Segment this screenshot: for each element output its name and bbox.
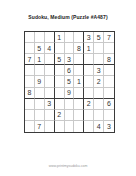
sudoku-cell-r9c4[interactable] (55, 121, 65, 132)
sudoku-cell-r8c4: 2 (55, 110, 65, 121)
sudoku-page: Sudoku, Medium (Puzzle #A487) 1357548171… (0, 0, 136, 176)
sudoku-cell-r3c3[interactable] (45, 54, 55, 65)
sudoku-cell-r1c8: 5 (94, 32, 104, 43)
sudoku-cell-r6c6[interactable] (74, 88, 84, 99)
sudoku-cell-r1c1[interactable] (25, 32, 35, 43)
sudoku-cell-r6c7[interactable] (84, 88, 94, 99)
sudoku-cell-r7c5[interactable] (65, 99, 75, 110)
sudoku-cell-r8c7[interactable] (84, 110, 94, 121)
sudoku-cell-r2c1[interactable] (25, 43, 35, 54)
sudoku-cell-r2c5[interactable] (65, 43, 75, 54)
sudoku-cell-r3c7[interactable] (84, 54, 94, 65)
sudoku-cell-r7c6[interactable] (74, 99, 84, 110)
sudoku-cell-r8c8[interactable] (94, 110, 104, 121)
sudoku-cell-r4c7[interactable] (84, 65, 94, 76)
sudoku-cell-r5c7[interactable] (84, 76, 94, 87)
sudoku-cell-r2c6: 8 (74, 43, 84, 54)
sudoku-cell-r6c1: 8 (25, 88, 35, 99)
sudoku-cell-r7c2[interactable] (35, 99, 45, 110)
sudoku-cell-r4c9[interactable] (104, 65, 114, 76)
sudoku-cell-r3c1: 7 (25, 54, 35, 65)
sudoku-cell-r1c5[interactable] (65, 32, 75, 43)
sudoku-cell-r5c9[interactable] (104, 76, 114, 87)
sudoku-cell-r5c5: 5 (65, 76, 75, 87)
sudoku-cell-r3c2: 1 (35, 54, 45, 65)
sudoku-cell-r5c8: 2 (94, 76, 104, 87)
sudoku-cell-r5c3[interactable] (45, 76, 55, 87)
sudoku-cell-r4c2[interactable] (35, 65, 45, 76)
sudoku-cell-r2c9[interactable] (104, 43, 114, 54)
sudoku-cell-r4c4[interactable] (55, 65, 65, 76)
sudoku-cell-r9c9: 3 (104, 121, 114, 132)
sudoku-cell-r3c5: 3 (65, 54, 75, 65)
sudoku-cell-r8c1[interactable] (25, 110, 35, 121)
sudoku-cell-r9c2: 7 (35, 121, 45, 132)
sudoku-cell-r4c5: 6 (65, 65, 75, 76)
sudoku-cell-r8c9[interactable] (104, 110, 114, 121)
sudoku-cell-r9c7[interactable] (84, 121, 94, 132)
sudoku-cell-r8c2[interactable] (35, 110, 45, 121)
sudoku-cell-r4c3[interactable] (45, 65, 55, 76)
sudoku-cell-r8c6[interactable] (74, 110, 84, 121)
sudoku-cell-r2c4[interactable] (55, 43, 65, 54)
sudoku-cell-r6c5: 9 (65, 88, 75, 99)
sudoku-cell-r1c4: 1 (55, 32, 65, 43)
sudoku-cell-r9c5[interactable] (65, 121, 75, 132)
sudoku-cell-r5c6: 1 (74, 76, 84, 87)
sudoku-cell-r4c1[interactable] (25, 65, 35, 76)
sudoku-cell-r4c6[interactable] (74, 65, 84, 76)
sudoku-cell-r1c2[interactable] (35, 32, 45, 43)
sudoku-cell-r7c1[interactable] (25, 99, 35, 110)
sudoku-cell-r6c9[interactable] (104, 88, 114, 99)
sudoku-cell-r9c3[interactable] (45, 121, 55, 132)
sudoku-cell-r1c7: 3 (84, 32, 94, 43)
footer-url: www.printmysudoku.com (0, 164, 136, 168)
sudoku-cell-r5c2: 9 (35, 76, 45, 87)
sudoku-cell-r9c1[interactable] (25, 121, 35, 132)
sudoku-cell-r4c8: 3 (94, 65, 104, 76)
sudoku-cell-r9c6[interactable] (74, 121, 84, 132)
sudoku-cell-r2c7: 1 (84, 43, 94, 54)
sudoku-cell-r6c4[interactable] (55, 88, 65, 99)
sudoku-cell-r1c3[interactable] (45, 32, 55, 43)
sudoku-cell-r7c7: 2 (84, 99, 94, 110)
sudoku-cell-r7c9: 6 (104, 99, 114, 110)
page-title: Sudoku, Medium (Puzzle #A487) (0, 14, 136, 20)
sudoku-cell-r8c5[interactable] (65, 110, 75, 121)
sudoku-cell-r3c4: 5 (55, 54, 65, 65)
sudoku-cell-r7c3: 3 (45, 99, 55, 110)
sudoku-cell-r1c9: 7 (104, 32, 114, 43)
sudoku-cell-r7c4[interactable] (55, 99, 65, 110)
sudoku-cell-r3c6[interactable] (74, 54, 84, 65)
sudoku-cell-r1c6[interactable] (74, 32, 84, 43)
sudoku-grid: 1357548171538639512893262743 (24, 31, 115, 133)
sudoku-cell-r3c8[interactable] (94, 54, 104, 65)
sudoku-cell-r8c3[interactable] (45, 110, 55, 121)
sudoku-cell-r5c4[interactable] (55, 76, 65, 87)
sudoku-cell-r7c8[interactable] (94, 99, 104, 110)
sudoku-cell-r9c8: 4 (94, 121, 104, 132)
sudoku-cell-r6c8[interactable] (94, 88, 104, 99)
sudoku-cell-r5c1[interactable] (25, 76, 35, 87)
sudoku-cell-r2c2: 5 (35, 43, 45, 54)
sudoku-cell-r2c8[interactable] (94, 43, 104, 54)
sudoku-cell-r6c3[interactable] (45, 88, 55, 99)
sudoku-cell-r2c3: 4 (45, 43, 55, 54)
sudoku-cell-r6c2[interactable] (35, 88, 45, 99)
sudoku-cell-r3c9: 8 (104, 54, 114, 65)
